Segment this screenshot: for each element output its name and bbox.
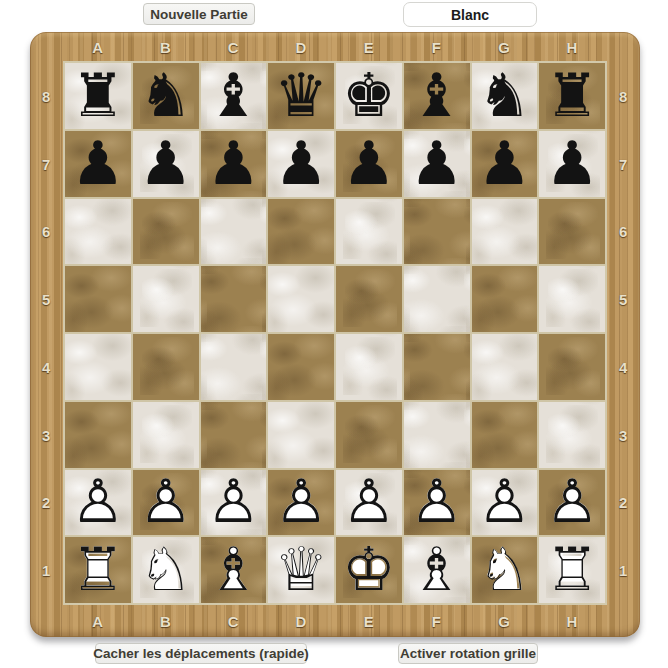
chessboard-grid: ♜♞♝♛♚♝♞♜♟♟♟♟♟♟♟♟♟♙♟♙♟♙♟♙♟♙♟♙♟♙♟♙♜♖♞♘♝♗♛♕… <box>63 61 607 605</box>
square-e4[interactable] <box>336 334 402 400</box>
rank-label-7-left: 7 <box>42 155 51 172</box>
piece-glyph: ♝ <box>206 65 260 125</box>
piece-outline: ♔ <box>342 539 396 599</box>
square-a6[interactable] <box>65 199 131 265</box>
piece-outline: ♙ <box>71 471 125 531</box>
square-f8[interactable]: ♝ <box>404 63 470 129</box>
black-pawn[interactable]: ♟ <box>539 131 605 197</box>
black-pawn[interactable]: ♟ <box>268 131 334 197</box>
rank-label-6-right: 6 <box>619 223 628 240</box>
piece-outline: ♙ <box>477 471 531 531</box>
square-a2[interactable]: ♟♙ <box>65 470 131 536</box>
file-label-a-bottom: A <box>92 613 103 630</box>
square-e2[interactable]: ♟♙ <box>336 470 402 536</box>
square-b6[interactable] <box>133 199 199 265</box>
square-g4[interactable] <box>472 334 538 400</box>
piece-glyph: ♝ <box>410 65 464 125</box>
file-label-c-top: C <box>228 39 239 56</box>
square-b3[interactable] <box>133 402 199 468</box>
rank-label-7-right: 7 <box>619 155 628 172</box>
white-bishop[interactable]: ♝♗ <box>201 537 267 603</box>
piece-outline: ♙ <box>206 471 260 531</box>
square-e8[interactable]: ♚ <box>336 63 402 129</box>
black-king[interactable]: ♚ <box>336 63 402 129</box>
square-b2[interactable]: ♟♙ <box>133 470 199 536</box>
square-c8[interactable]: ♝ <box>201 63 267 129</box>
square-g8[interactable]: ♞ <box>472 63 538 129</box>
file-label-g-top: G <box>498 39 510 56</box>
black-pawn[interactable]: ♟ <box>404 131 470 197</box>
square-c7[interactable]: ♟ <box>201 131 267 197</box>
square-g1[interactable]: ♞♘ <box>472 537 538 603</box>
file-label-h-bottom: H <box>566 613 577 630</box>
black-pawn[interactable]: ♟ <box>472 131 538 197</box>
piece-outline: ♙ <box>274 471 328 531</box>
file-label-d-top: D <box>295 39 306 56</box>
piece-glyph: ♟ <box>342 132 396 192</box>
piece-outline: ♖ <box>71 539 125 599</box>
square-g3[interactable] <box>472 402 538 468</box>
piece-glyph: ♜ <box>71 65 125 125</box>
piece-outline: ♙ <box>545 471 599 531</box>
square-h7[interactable]: ♟ <box>539 131 605 197</box>
white-pawn[interactable]: ♟♙ <box>336 470 402 536</box>
white-queen[interactable]: ♛♕ <box>268 537 334 603</box>
square-e1[interactable]: ♚♔ <box>336 537 402 603</box>
white-bishop[interactable]: ♝♗ <box>404 537 470 603</box>
square-d5[interactable] <box>268 266 334 332</box>
turn-indicator[interactable]: Blanc <box>403 2 537 27</box>
rotation-toggle-button[interactable]: Activer rotation grille <box>398 643 538 664</box>
file-label-d-bottom: D <box>295 613 306 630</box>
square-c2[interactable]: ♟♙ <box>201 470 267 536</box>
black-pawn[interactable]: ♟ <box>336 131 402 197</box>
black-bishop[interactable]: ♝ <box>201 63 267 129</box>
rank-label-4-left: 4 <box>42 358 51 375</box>
file-label-c-bottom: C <box>228 613 239 630</box>
white-pawn[interactable]: ♟♙ <box>404 470 470 536</box>
piece-outline: ♙ <box>139 471 193 531</box>
rank-label-6-left: 6 <box>42 223 51 240</box>
piece-outline: ♘ <box>139 539 193 599</box>
file-label-b-bottom: B <box>160 613 171 630</box>
white-pawn[interactable]: ♟♙ <box>539 470 605 536</box>
file-label-f-bottom: F <box>432 613 442 630</box>
white-knight[interactable]: ♞♘ <box>133 537 199 603</box>
square-d3[interactable] <box>268 402 334 468</box>
square-f1[interactable]: ♝♗ <box>404 537 470 603</box>
square-c1[interactable]: ♝♗ <box>201 537 267 603</box>
file-label-e-bottom: E <box>364 613 375 630</box>
square-a8[interactable]: ♜ <box>65 63 131 129</box>
square-f6[interactable] <box>404 199 470 265</box>
square-f4[interactable] <box>404 334 470 400</box>
file-label-a-top: A <box>92 39 103 56</box>
square-b7[interactable]: ♟ <box>133 131 199 197</box>
black-rook[interactable]: ♜ <box>539 63 605 129</box>
square-g6[interactable] <box>472 199 538 265</box>
square-h4[interactable] <box>539 334 605 400</box>
piece-glyph: ♜ <box>545 65 599 125</box>
white-pawn[interactable]: ♟♙ <box>268 470 334 536</box>
square-a3[interactable] <box>65 402 131 468</box>
file-label-b-top: B <box>160 39 171 56</box>
white-rook[interactable]: ♜♖ <box>539 537 605 603</box>
square-a4[interactable] <box>65 334 131 400</box>
piece-glyph: ♛ <box>274 65 328 125</box>
file-label-g-bottom: G <box>498 613 510 630</box>
white-knight[interactable]: ♞♘ <box>472 537 538 603</box>
file-label-h-top: H <box>566 39 577 56</box>
black-knight[interactable]: ♞ <box>133 63 199 129</box>
black-pawn[interactable]: ♟ <box>201 131 267 197</box>
rank-label-8-right: 8 <box>619 87 628 104</box>
black-queen[interactable]: ♛ <box>268 63 334 129</box>
rank-label-2-right: 2 <box>619 494 628 511</box>
piece-outline: ♗ <box>410 539 464 599</box>
black-pawn[interactable]: ♟ <box>65 131 131 197</box>
piece-outline: ♘ <box>477 539 531 599</box>
piece-glyph: ♟ <box>139 132 193 192</box>
square-h8[interactable]: ♜ <box>539 63 605 129</box>
piece-glyph: ♚ <box>342 65 396 125</box>
square-a7[interactable]: ♟ <box>65 131 131 197</box>
new-game-button[interactable]: Nouvelle Partie <box>143 3 255 25</box>
square-g7[interactable]: ♟ <box>472 131 538 197</box>
piece-outline: ♗ <box>206 539 260 599</box>
square-e3[interactable] <box>336 402 402 468</box>
square-h1[interactable]: ♜♖ <box>539 537 605 603</box>
piece-outline: ♖ <box>545 539 599 599</box>
square-b4[interactable] <box>133 334 199 400</box>
rank-label-3-right: 3 <box>619 426 628 443</box>
file-label-e-top: E <box>364 39 375 56</box>
piece-outline: ♙ <box>410 471 464 531</box>
square-d2[interactable]: ♟♙ <box>268 470 334 536</box>
square-b5[interactable] <box>133 266 199 332</box>
white-pawn[interactable]: ♟♙ <box>65 470 131 536</box>
square-d6[interactable] <box>268 199 334 265</box>
white-pawn[interactable]: ♟♙ <box>472 470 538 536</box>
square-c5[interactable] <box>201 266 267 332</box>
rank-label-5-right: 5 <box>619 291 628 308</box>
square-d4[interactable] <box>268 334 334 400</box>
square-h2[interactable]: ♟♙ <box>539 470 605 536</box>
black-rook[interactable]: ♜ <box>65 63 131 129</box>
hide-moves-button[interactable]: Cacher les déplacements (rapide) <box>95 643 307 664</box>
square-h3[interactable] <box>539 402 605 468</box>
black-pawn[interactable]: ♟ <box>133 131 199 197</box>
square-f7[interactable]: ♟ <box>404 131 470 197</box>
piece-glyph: ♟ <box>410 132 464 192</box>
white-rook[interactable]: ♜♖ <box>65 537 131 603</box>
chess-app: Nouvelle Partie Blanc ♜♞♝♛♚♝♞♜♟♟♟♟♟♟♟♟♟♙… <box>0 0 668 668</box>
rank-label-1-right: 1 <box>619 562 628 579</box>
rank-label-1-left: 1 <box>42 562 51 579</box>
white-king[interactable]: ♚♔ <box>336 537 402 603</box>
rank-label-5-left: 5 <box>42 291 51 308</box>
rank-label-4-right: 4 <box>619 358 628 375</box>
square-d1[interactable]: ♛♕ <box>268 537 334 603</box>
rank-label-8-left: 8 <box>42 87 51 104</box>
rank-label-2-left: 2 <box>42 494 51 511</box>
piece-glyph: ♟ <box>477 132 531 192</box>
square-h5[interactable] <box>539 266 605 332</box>
black-bishop[interactable]: ♝ <box>404 63 470 129</box>
square-c3[interactable] <box>201 402 267 468</box>
square-e5[interactable] <box>336 266 402 332</box>
chessboard-frame: ♜♞♝♛♚♝♞♜♟♟♟♟♟♟♟♟♟♙♟♙♟♙♟♙♟♙♟♙♟♙♟♙♜♖♞♘♝♗♛♕… <box>30 32 640 637</box>
square-f5[interactable] <box>404 266 470 332</box>
rank-label-3-left: 3 <box>42 426 51 443</box>
square-d7[interactable]: ♟ <box>268 131 334 197</box>
square-c6[interactable] <box>201 199 267 265</box>
piece-outline: ♙ <box>342 471 396 531</box>
square-g5[interactable] <box>472 266 538 332</box>
square-h6[interactable] <box>539 199 605 265</box>
square-e6[interactable] <box>336 199 402 265</box>
piece-glyph: ♞ <box>477 65 531 125</box>
square-f2[interactable]: ♟♙ <box>404 470 470 536</box>
white-pawn[interactable]: ♟♙ <box>201 470 267 536</box>
piece-glyph: ♟ <box>206 132 260 192</box>
square-e7[interactable]: ♟ <box>336 131 402 197</box>
piece-glyph: ♞ <box>139 65 193 125</box>
black-knight[interactable]: ♞ <box>472 63 538 129</box>
square-a5[interactable] <box>65 266 131 332</box>
square-d8[interactable]: ♛ <box>268 63 334 129</box>
square-b1[interactable]: ♞♘ <box>133 537 199 603</box>
square-f3[interactable] <box>404 402 470 468</box>
square-g2[interactable]: ♟♙ <box>472 470 538 536</box>
square-b8[interactable]: ♞ <box>133 63 199 129</box>
piece-glyph: ♟ <box>71 132 125 192</box>
white-pawn[interactable]: ♟♙ <box>133 470 199 536</box>
piece-outline: ♕ <box>274 539 328 599</box>
piece-glyph: ♟ <box>274 132 328 192</box>
square-a1[interactable]: ♜♖ <box>65 537 131 603</box>
piece-glyph: ♟ <box>545 132 599 192</box>
square-c4[interactable] <box>201 334 267 400</box>
file-label-f-top: F <box>432 39 442 56</box>
